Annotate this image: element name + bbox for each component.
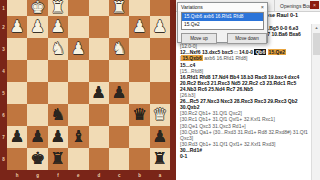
variations-list: 15.Qxb6 axb6 16.Rfd1 Rfd815.Qe2 (181, 12, 264, 30)
close-button[interactable]: × (310, 1, 319, 9)
square-e8[interactable] (68, 148, 88, 170)
square-g4[interactable] (27, 60, 47, 82)
rank-label-8: 8 (0, 148, 7, 170)
piece-white-queen[interactable]: ♛ (153, 107, 168, 124)
square-g6[interactable] (27, 104, 47, 126)
move-text[interactable]: [30.Rd3 Qb1+ 31.Qf1 Qxf1+ 32.Kxf1 Rxd3] (180, 141, 275, 147)
square-d2[interactable] (89, 16, 109, 38)
notation-scrollbar[interactable]: ▲ (311, 24, 320, 180)
file-label-a: a (150, 170, 170, 180)
piece-black-pawn[interactable]: ♟ (153, 129, 168, 146)
square-e6[interactable] (68, 104, 88, 126)
square-d7[interactable] (89, 126, 109, 148)
game-result: 0-1 (180, 153, 187, 159)
minimize-button[interactable]: – (301, 2, 308, 9)
move-text[interactable]: 12...Nxf6 13.dxc5 bxc5 (180, 49, 234, 55)
square-g3[interactable] (27, 38, 47, 60)
dialog-title: Variations (181, 4, 203, 10)
notation-line: 16.Rfd1 Rfd8 17.Nd4 Bb4 18.b3 Rac8 19.bx… (180, 74, 311, 92)
square-c4[interactable] (109, 60, 129, 82)
notation-line: 0-1 (180, 153, 311, 159)
current-move[interactable]: Qb6 (254, 49, 266, 55)
piece-white-pawn[interactable]: ♟ (132, 19, 147, 36)
piece-white-rook[interactable]: ♜ (51, 0, 66, 16)
file-label-h: h (7, 170, 27, 180)
move-text[interactable]: [30.Qe1 Qxc3 31.Qxc3 Rd1+] (180, 123, 246, 129)
square-b7[interactable] (129, 126, 149, 148)
file-labels: hgfedcba (7, 170, 170, 180)
square-c3[interactable]: ♞ (109, 38, 129, 60)
dialog-buttons: Move up Move down (181, 33, 267, 44)
piece-white-knight[interactable]: ♞ (51, 41, 66, 58)
variations-dialog: Variations × 15.Qxb6 axb6 16.Rfd1 Rfd815… (177, 2, 268, 43)
square-c7[interactable] (109, 126, 129, 148)
square-f3[interactable]: ♞ (48, 38, 68, 60)
piece-white-pawn[interactable]: ♟ (153, 19, 168, 36)
square-h4[interactable] (7, 60, 27, 82)
square-e1[interactable] (68, 0, 88, 16)
piece-black-pawn[interactable]: ♟ (10, 129, 25, 146)
move-down-button[interactable]: Move down (227, 33, 267, 44)
file-label-b: b (129, 170, 149, 180)
square-f6[interactable]: ♞ (48, 104, 68, 126)
variation-item-1[interactable]: 15.Qxb6 axb6 16.Rfd1 Rfd8 (182, 13, 263, 21)
square-d3[interactable] (89, 38, 109, 60)
chess-analysis-window: 12345678 ♚♜♜♟♟♟♟♟♞♟♞♟♟♞♛♛♟♟♟♝♟♚♜♜ hgfedc… (0, 0, 320, 180)
notation-line: 26...Rc5 27.Nxc3 Nxc3 28.Rxc3 Rxc3 29.Rx… (180, 98, 311, 110)
scrollbar-thumb[interactable] (313, 33, 320, 55)
square-h7[interactable]: ♟ (7, 126, 27, 148)
square-d6[interactable] (89, 104, 109, 126)
square-a3[interactable] (150, 38, 170, 60)
square-d1[interactable] (89, 0, 109, 16)
move-up-button[interactable]: Move up (181, 33, 217, 44)
dialog-close-icon[interactable]: × (261, 3, 264, 11)
square-c1[interactable]: ♜ (109, 0, 129, 16)
piece-black-king[interactable]: ♚ (30, 151, 45, 168)
square-a6[interactable]: ♛ (150, 104, 170, 126)
candidate-move[interactable]: 15.Qxb6 (181, 55, 202, 61)
square-f2[interactable]: ♟ (48, 16, 68, 38)
scroll-up-icon[interactable]: ▲ (312, 24, 320, 32)
piece-black-pawn[interactable]: ♟ (30, 129, 45, 146)
file-label-c: c (109, 170, 129, 180)
square-f4[interactable] (48, 60, 68, 82)
notation-line: [30.Qd3 Qa1+ (30...Rxd3 31.Rd1+ Rd8 32.R… (180, 129, 311, 141)
piece-white-pawn[interactable]: ♟ (51, 19, 66, 36)
square-h5[interactable] (7, 82, 27, 104)
square-f7[interactable]: ♟ (48, 126, 68, 148)
square-c8[interactable] (109, 148, 129, 170)
square-b4[interactable] (129, 60, 149, 82)
piece-black-queen[interactable]: ♛ (132, 107, 147, 124)
square-d8[interactable] (89, 148, 109, 170)
piece-white-rook[interactable]: ♜ (112, 0, 127, 16)
square-g7[interactable]: ♟ (27, 126, 47, 148)
square-a4[interactable] (150, 60, 170, 82)
square-a8[interactable]: ♜ (150, 148, 170, 170)
move-text[interactable]: [30.Rc1 Qb1+ 31.Qf1 Qxf1+ 32.Kxf1 Rxc1] (180, 116, 275, 122)
board-frame: 12345678 ♚♜♜♟♟♟♟♟♞♟♞♟♟♞♛♛♟♟♟♝♟♚♜♜ hgfedc… (0, 0, 176, 180)
square-a2[interactable]: ♟ (150, 16, 170, 38)
piece-black-pawn[interactable]: ♟ (91, 85, 106, 102)
square-a7[interactable]: ♟ (150, 126, 170, 148)
rank-label-5: 5 (0, 82, 7, 104)
piece-black-pawn[interactable]: ♟ (51, 129, 66, 146)
square-h6[interactable] (7, 104, 27, 126)
square-e7[interactable]: ♝ (68, 126, 88, 148)
rank-labels: 12345678 (0, 0, 7, 170)
square-b2[interactable]: ♟ (129, 16, 149, 38)
move-text[interactable]: [26.b3] (180, 92, 195, 98)
move-text[interactable]: [12.0-0] (180, 43, 197, 49)
square-f1[interactable]: ♜ (48, 0, 68, 16)
square-b8[interactable] (129, 148, 149, 170)
square-c2[interactable] (109, 16, 129, 38)
square-b1[interactable] (129, 0, 149, 16)
square-c5[interactable]: ♟ (109, 82, 129, 104)
square-h3[interactable] (7, 38, 27, 60)
piece-black-rook[interactable]: ♜ (51, 151, 66, 168)
square-a1[interactable] (150, 0, 170, 16)
square-g8[interactable]: ♚ (27, 148, 47, 170)
square-e2[interactable] (68, 16, 88, 38)
move-text[interactable]: 16.Rfd1 Rfd8 17.Nd4 Bb4 18.b3 Rac8 19.bx… (180, 74, 299, 92)
square-c6[interactable] (109, 104, 129, 126)
square-h1[interactable] (7, 0, 27, 16)
file-label-g: g (27, 170, 47, 180)
piece-black-knight[interactable]: ♞ (51, 107, 66, 124)
rank-label-2: 2 (0, 16, 7, 38)
square-g2[interactable]: ♟ (27, 16, 47, 38)
piece-white-pawn[interactable]: ♟ (71, 41, 86, 58)
move-text[interactable]: [15...Rfd8] (180, 68, 203, 74)
move-text[interactable]: 30...Rd1# (180, 147, 202, 153)
square-b6[interactable]: ♛ (129, 104, 149, 126)
square-d5[interactable]: ♟ (89, 82, 109, 104)
rank-label-6: 6 (0, 104, 7, 126)
move-text[interactable]: [30.Rc2 Qb1+ 31.Qf1 Qxc2] (180, 110, 242, 116)
square-d4[interactable] (89, 60, 109, 82)
candidate-move[interactable]: 15.Qe2 (268, 49, 286, 55)
move-text[interactable]: 14.0-0 (238, 49, 255, 55)
piece-white-king[interactable]: ♚ (30, 0, 45, 16)
piece-white-pawn[interactable]: ♟ (10, 19, 25, 36)
piece-black-rook[interactable]: ♜ (153, 151, 168, 168)
square-b3[interactable] (129, 38, 149, 60)
move-text[interactable]: 15...c4 (180, 62, 195, 68)
file-label-e: e (68, 170, 88, 180)
square-e4[interactable] (68, 60, 88, 82)
rank-label-3: 3 (0, 38, 7, 60)
move-text[interactable]: 26...Rc5 27.Nxc3 Nxc3 28.Rxc3 Rxc3 29.Rx… (180, 98, 298, 110)
rank-label-7: 7 (0, 126, 7, 148)
square-h8[interactable] (7, 148, 27, 170)
square-e3[interactable]: ♟ (68, 38, 88, 60)
square-g5[interactable] (27, 82, 47, 104)
square-f5[interactable] (48, 82, 68, 104)
square-g1[interactable]: ♚ (27, 0, 47, 16)
square-e5[interactable] (68, 82, 88, 104)
piece-white-knight[interactable]: ♞ (112, 41, 127, 58)
move-text[interactable]: [30.Qd3 Qa1+ (30...Rxd3 31.Rd1+ Rd8 32.R… (180, 129, 308, 141)
rank-label-4: 4 (0, 60, 7, 82)
chess-board: ♚♜♜♟♟♟♟♟♞♟♞♟♟♞♛♛♟♟♟♝♟♚♜♜ (7, 0, 170, 170)
square-a5[interactable] (150, 82, 170, 104)
piece-white-pawn[interactable]: ♟ (30, 19, 45, 36)
notation-text: 1.d4 d5 2.c4 e6 3.Nc3 Nf6 4.Nf3 Be7 5.Bg… (176, 25, 311, 180)
dialog-titlebar: Variations × (178, 3, 267, 11)
piece-black-bishop[interactable]: ♝ (71, 129, 86, 146)
file-label-d: d (89, 170, 109, 180)
piece-black-pawn[interactable]: ♟ (112, 85, 127, 102)
file-label-f: f (48, 170, 68, 180)
square-b5[interactable] (129, 82, 149, 104)
move-text[interactable]: axb6 16.Rfd1 Rfd8] (203, 55, 247, 61)
rank-label-1: 1 (0, 0, 7, 16)
variation-item-2[interactable]: 15.Qe2 (182, 21, 263, 29)
square-h2[interactable]: ♟ (7, 16, 27, 38)
square-f8[interactable]: ♜ (48, 148, 68, 170)
